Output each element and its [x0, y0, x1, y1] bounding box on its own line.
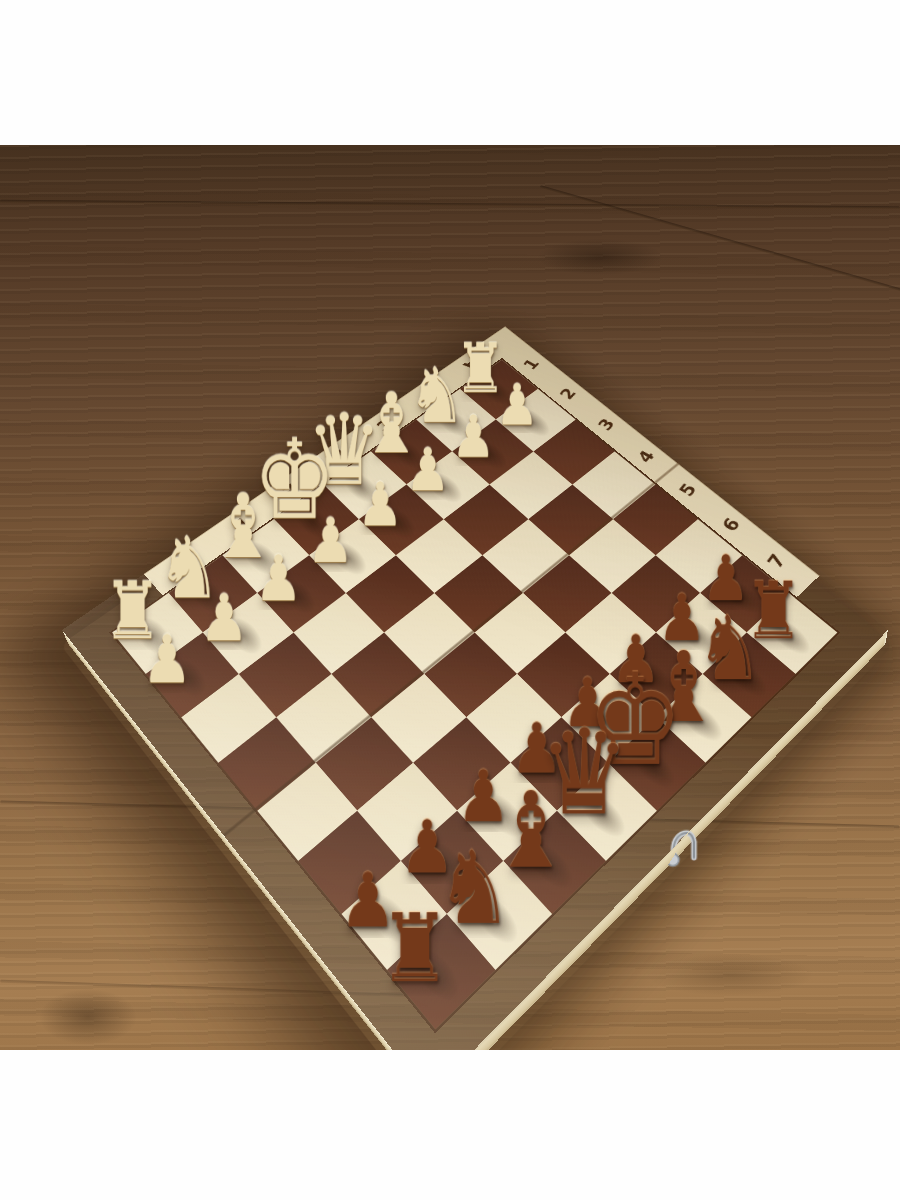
piece-contact-shadow — [404, 939, 469, 1011]
board-frame: 12345678 12345678 ABCDEFGH ABCDEFGH ♜♟♟♜… — [62, 326, 888, 1050]
piece-contact-shadow — [183, 572, 234, 620]
piece-contact-shadow — [237, 535, 287, 581]
piece-contact-shadow — [372, 500, 423, 544]
chessboard-scene: 12345678 12345678 ABCDEFGH ABCDEFGH ♜♟♟♜… — [0, 145, 900, 1050]
piece-contact-shadow — [624, 651, 682, 704]
piece-contact-shadow — [716, 651, 775, 704]
piece-contact-shadow — [288, 500, 338, 544]
product-photo: 12345678 12345678 ABCDEFGH ABCDEFGH ♜♟♟♜… — [0, 145, 900, 1050]
piece-contact-shadow — [323, 535, 374, 581]
piece-contact-shadow — [271, 572, 323, 620]
piece-contact-shadow — [161, 651, 214, 704]
piece-contact-shadow — [358, 885, 421, 953]
piece-contact-shadow — [670, 693, 730, 749]
piece-contact-shadow — [218, 611, 271, 662]
piece-contact-shadow — [419, 466, 469, 508]
piece-contact-shadow — [760, 611, 818, 662]
piece-contact-shadow — [669, 611, 726, 662]
board-grid: ♜♟♟♜♞♟♟♞♝♟♟♝♛♟♟♚♚♟♟♛♝♟♟♝♞♟♟♞♜♟♟♜ — [109, 358, 840, 1033]
piece-contact-shadow — [384, 434, 433, 475]
piece-contact-shadow — [417, 833, 479, 898]
square-g5 — [316, 717, 413, 810]
folding-chess-board: 12345678 12345678 ABCDEFGH ABCDEFGH ♜♟♟♜… — [62, 326, 888, 1050]
piece-contact-shadow — [337, 466, 386, 508]
